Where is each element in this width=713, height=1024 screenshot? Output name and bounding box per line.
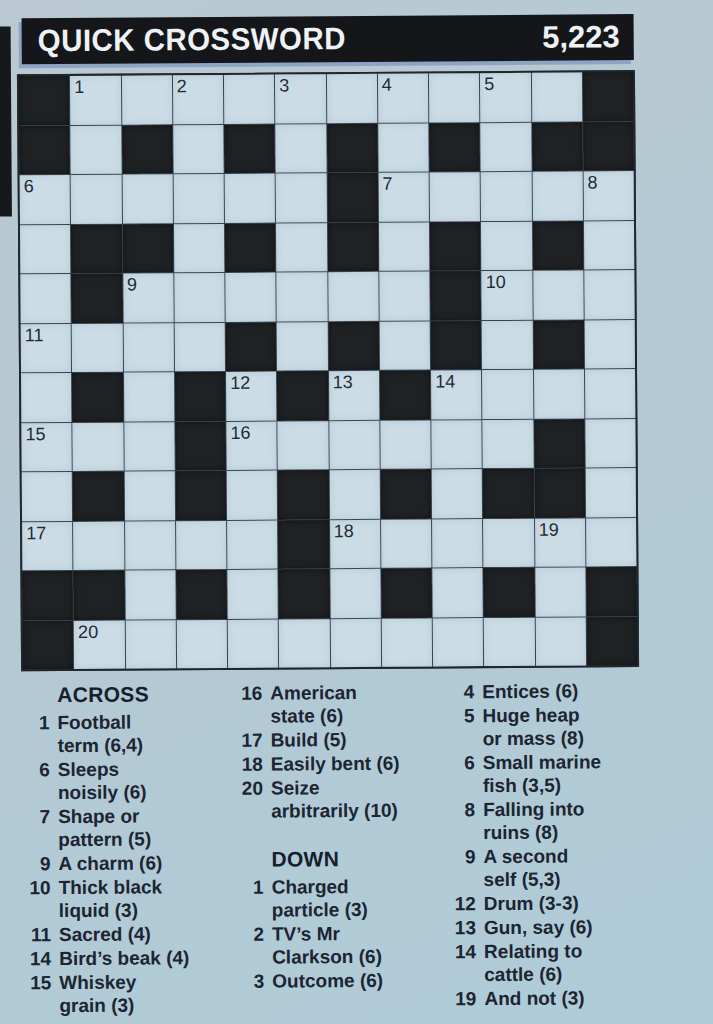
across-clue-15: 15Whiskey grain (3) [23,970,228,1017]
cell-r11c11[interactable] [535,567,586,616]
clue-number-6: 6 [24,175,34,197]
down-clue-4: 4Entices (6) [446,679,671,704]
clue-number-19: 19 [539,518,559,540]
block-cell-r9c2 [73,472,124,521]
block-cell-r1c1 [19,76,70,125]
cell-r3c1[interactable]: 6 [20,175,71,224]
cell-r12c11[interactable] [535,617,586,666]
cell-r3c2[interactable] [71,175,122,224]
block-cell-r4c7 [327,222,378,271]
cell-r2c6[interactable] [276,124,327,173]
block-cell-r11c12 [586,567,637,616]
clue-num-label: 19 [448,987,476,1010]
cell-r3c10[interactable] [481,172,532,221]
cell-r5c3[interactable]: 9 [123,273,174,322]
clue-text: A second self (5,3) [483,845,568,892]
clue-number-7: 7 [382,173,392,195]
clue-num-label: 4 [446,680,474,703]
clue-number-5: 5 [484,73,494,95]
clue-text: Shape or pattern (5) [58,804,151,851]
cell-r7c11[interactable] [534,369,585,418]
cell-r5c12[interactable] [584,270,635,319]
across-clue-16: 16American state (6) [234,680,446,727]
cell-r12c5[interactable] [228,619,279,668]
clue-num-label: 1 [236,876,264,922]
cell-r6c3[interactable] [123,323,174,372]
clue-num-label: 11 [23,923,51,946]
clue-text: Drum (3-3) [484,891,579,915]
cell-r6c6[interactable] [277,322,328,371]
cell-r5c4[interactable] [174,273,225,322]
block-cell-r9c4 [175,471,226,520]
clue-number-12: 12 [230,372,250,394]
across-clue-18: 18Easily bent (6) [235,751,447,775]
block-cell-r2c7 [327,123,378,172]
puzzle-number: 5,223 [542,19,620,56]
cell-r6c10[interactable] [482,320,533,369]
block-cell-r11c1 [22,571,73,620]
cell-r9c12[interactable] [585,468,636,517]
clue-number-18: 18 [334,520,354,542]
cell-r1c2[interactable]: 1 [70,76,121,125]
cell-r10c8[interactable] [381,519,432,568]
cell-r6c12[interactable] [584,320,635,369]
cell-r6c8[interactable] [379,321,430,370]
clue-text: Relating to cattle (6) [484,939,582,986]
cell-r11c5[interactable] [227,570,278,619]
block-cell-r2c11 [532,122,583,171]
clue-num-label: 17 [235,729,263,752]
cell-r1c7[interactable] [326,74,377,123]
clue-num-label: 18 [235,753,263,776]
cell-r9c3[interactable] [124,471,175,520]
clue-text: Small marine fish (3,5) [483,750,602,797]
block-cell-r11c4 [176,570,227,619]
cell-r11c7[interactable] [330,569,381,618]
across-clue-6: 6Sleeps noisily (6) [22,757,227,804]
block-cell-r12c1 [23,620,74,669]
clue-number-10: 10 [486,271,506,293]
clue-text: Huge heap or mass (8) [482,703,584,750]
cell-r8c1[interactable]: 15 [21,422,72,471]
block-cell-r11c6 [279,569,330,618]
clue-text: Bird’s beak (4) [59,946,189,970]
cell-r8c12[interactable] [585,419,636,468]
cell-r8c5[interactable]: 16 [226,421,277,470]
down-clue-12: 12Drum (3-3) [448,891,673,916]
across-clue-17: 17Build (5) [235,727,447,751]
down-clue-9: 9A second self (5,3) [447,844,672,892]
cell-r4c12[interactable] [584,221,635,270]
clue-number-9: 9 [127,274,137,296]
clue-number-1: 1 [74,76,84,98]
cell-r10c3[interactable] [125,521,176,570]
crossword-grid: 1234567891011121314151617181920 [17,70,639,671]
clue-text: Falling into ruins (8) [483,797,585,844]
cell-r8c7[interactable] [329,420,380,469]
block-cell-r11c8 [381,568,432,617]
cell-r10c2[interactable] [73,521,124,570]
clue-num-label: 3 [236,970,264,993]
cell-r5c8[interactable] [379,271,430,320]
clue-num-label: 7 [22,805,50,851]
clue-num-label: 16 [234,682,262,728]
cell-r8c2[interactable] [73,422,124,471]
cell-r1c6[interactable]: 3 [275,74,326,123]
cell-r12c2[interactable]: 20 [74,620,125,669]
cell-r10c9[interactable] [432,519,483,568]
cell-r1c9[interactable] [429,73,480,122]
cell-r12c4[interactable] [176,619,227,668]
cell-r1c8[interactable]: 4 [378,73,429,122]
cell-r4c8[interactable] [379,222,430,271]
clue-text: Seize arbitrarily (10) [271,776,398,823]
clue-text: Sleeps noisily (6) [58,757,147,804]
clue-number-4: 4 [382,74,392,96]
down-clue-13: 13Gun, say (6) [448,915,673,940]
cell-r5c10[interactable]: 10 [482,271,533,320]
block-cell-r4c5 [225,223,276,272]
cell-r2c2[interactable] [71,125,122,174]
cell-r8c9[interactable] [431,420,482,469]
cell-r3c5[interactable] [225,174,276,223]
across-clue-1: 1Football term (6,4) [21,710,226,757]
puzzle-header: QUICK CROSSWORD 5,223 [22,14,634,64]
cell-r5c1[interactable] [20,274,71,323]
cell-r2c10[interactable] [481,122,532,171]
cell-r4c4[interactable] [174,223,225,272]
down-heading: DOWN [271,846,447,871]
down-clue-2: 2TV’s Mr Clarkson (6) [236,921,448,968]
cell-r1c4[interactable]: 2 [173,75,224,124]
clue-text: Sacred (4) [59,922,151,946]
cell-r7c7[interactable]: 13 [329,371,380,420]
clue-num-label: 8 [447,798,475,844]
block-cell-r6c5 [226,322,277,371]
clue-num-label: 20 [235,777,263,823]
clue-num-label: 13 [448,916,476,939]
clue-num-label: 1 [21,711,49,757]
cell-r5c11[interactable] [533,270,584,319]
block-cell-r10c6 [278,520,329,569]
clue-number-8: 8 [587,171,597,193]
clue-text: Gun, say (6) [484,915,593,939]
cell-r4c1[interactable] [20,224,71,273]
clue-text: American state (6) [270,681,357,728]
puzzle-title: QUICK CROSSWORD [38,21,346,59]
cell-r5c6[interactable] [277,272,328,321]
across-heading: ACROSS [57,682,226,707]
cell-r3c11[interactable] [532,171,583,220]
cell-r8c6[interactable] [278,421,329,470]
cell-r8c3[interactable] [124,422,175,471]
clue-num-label: 5 [446,704,474,750]
clue-text: Football term (6,4) [57,710,143,757]
block-cell-r4c9 [430,222,481,271]
cell-r2c8[interactable] [378,123,429,172]
cell-r3c12[interactable]: 8 [583,171,634,220]
block-cell-r1c12 [583,72,634,121]
cell-r10c7[interactable]: 18 [330,519,381,568]
cell-r4c6[interactable] [276,223,327,272]
cell-r6c2[interactable] [72,323,123,372]
cell-r12c10[interactable] [484,617,535,666]
across-clue-9: 9A charm (6) [22,851,227,875]
block-cell-r4c2 [71,224,122,273]
cell-r4c10[interactable] [481,221,532,270]
cell-r3c4[interactable] [173,174,224,223]
cell-r3c8[interactable]: 7 [378,172,429,221]
cell-r9c1[interactable] [22,472,73,521]
block-cell-r12c12 [586,617,637,666]
down-clue-6: 6Small marine fish (3,5) [447,750,672,798]
clue-num-label: 15 [23,971,51,1017]
cell-r9c9[interactable] [432,469,483,518]
page-edge-rule [0,26,12,216]
newspaper-clipping: QUICK CROSSWORD 5,223 123456789101112131… [0,0,713,1024]
cell-r6c4[interactable] [174,322,225,371]
clue-number-3: 3 [279,74,289,96]
cell-r12c9[interactable] [433,618,484,667]
cell-r7c12[interactable] [585,369,636,418]
block-cell-r2c1 [19,125,70,174]
clue-text: Thick black liquid (3) [59,875,163,922]
cell-r3c6[interactable] [276,173,327,222]
block-cell-r2c9 [429,123,480,172]
clue-num-label: 2 [236,923,264,969]
cell-r1c10[interactable]: 5 [480,73,531,122]
clue-column-3: 4Entices (6)5Huge heap or mass (8)6Small… [446,679,673,1012]
clue-column-2: 16American state (6)17Build (5)18Easily … [234,680,448,993]
block-cell-r11c10 [484,568,535,617]
across-clue-11: 11Sacred (4) [23,922,228,946]
clue-num-label: 14 [448,940,476,986]
block-cell-r6c9 [431,321,482,370]
block-cell-r6c7 [328,321,379,370]
clue-num-label: 6 [22,758,50,804]
cell-r8c10[interactable] [483,419,534,468]
clue-text: Build (5) [271,728,347,752]
cell-r3c3[interactable] [122,174,173,223]
clue-num-label: 14 [23,947,51,970]
block-cell-r2c5 [224,124,275,173]
down-clue-5: 5Huge heap or mass (8) [446,703,671,751]
clue-num-label: 10 [23,876,51,922]
clue-text: Easily bent (6) [271,752,400,776]
cell-r7c10[interactable] [482,370,533,419]
down-clue-8: 8Falling into ruins (8) [447,797,672,845]
cell-r9c7[interactable] [329,470,380,519]
clue-num-label: 9 [22,852,50,875]
down-clue-3: 3Outcome (6) [236,968,448,992]
block-cell-r9c10 [483,469,534,518]
across-clue-20: 20Seize arbitrarily (10) [235,775,447,822]
clue-text: TV’s Mr Clarkson (6) [272,922,382,969]
block-cell-r2c3 [122,125,173,174]
clue-column-1: ACROSS1Football term (6,4)6Sleeps noisil… [21,682,228,1018]
cell-r5c7[interactable] [328,272,379,321]
clue-number-20: 20 [78,620,98,642]
block-cell-r5c2 [72,274,123,323]
cell-r2c4[interactable] [173,124,224,173]
block-cell-r4c11 [532,221,583,270]
clue-text: Whiskey grain (3) [59,971,136,1018]
cell-r10c5[interactable] [227,520,278,569]
cell-r10c11[interactable]: 19 [535,518,586,567]
clue-num-label: 6 [447,751,475,797]
block-cell-r11c2 [74,571,125,620]
cell-r10c1[interactable]: 17 [22,521,73,570]
cell-r1c3[interactable] [121,75,172,124]
down-clue-19: 19And not (3) [448,986,673,1011]
clue-number-15: 15 [25,423,45,445]
cell-r10c10[interactable] [483,518,534,567]
clue-num-label: 9 [447,845,475,891]
block-cell-r2c12 [583,122,634,171]
block-cell-r9c6 [278,470,329,519]
across-clue-14: 14Bird’s beak (4) [23,946,228,970]
cell-r11c9[interactable] [432,568,483,617]
clue-num-label: 12 [448,892,476,915]
clue-number-14: 14 [435,370,455,392]
cell-r10c4[interactable] [176,520,227,569]
clue-number-13: 13 [333,371,353,393]
down-clue-14: 14Relating to cattle (6) [448,939,673,987]
cell-r7c5[interactable]: 12 [226,372,277,421]
cell-r6c1[interactable]: 11 [21,323,72,372]
cell-r12c7[interactable] [330,618,381,667]
block-cell-r3c7 [327,173,378,222]
cell-r1c11[interactable] [531,72,582,121]
cell-r9c5[interactable] [227,471,278,520]
across-clue-7: 7Shape or pattern (5) [22,804,227,851]
cell-r12c6[interactable] [279,619,330,668]
block-cell-r7c6 [277,371,328,420]
clue-text: And not (3) [484,986,584,1010]
clue-text: Outcome (6) [272,969,383,993]
down-clue-1: 1Charged particle (3) [236,874,448,921]
clue-number-2: 2 [177,75,187,97]
cell-r3c9[interactable] [430,172,481,221]
block-cell-r7c4 [175,372,226,421]
clues-panel: ACROSS1Football term (6,4)6Sleeps noisil… [21,679,701,684]
clue-text: Charged particle (3) [272,875,368,922]
cell-r7c9[interactable]: 14 [431,370,482,419]
cell-r10c12[interactable] [586,518,637,567]
block-cell-r8c11 [534,419,585,468]
clue-number-17: 17 [26,522,46,544]
cell-r12c3[interactable] [125,620,176,669]
block-cell-r7c2 [72,373,123,422]
block-cell-r8c4 [175,421,226,470]
block-cell-r7c8 [380,370,431,419]
across-clue-10: 10Thick black liquid (3) [23,875,228,922]
clue-number-11: 11 [25,324,44,346]
cell-r7c1[interactable] [21,373,72,422]
cell-r8c8[interactable] [380,420,431,469]
block-cell-r4c3 [122,224,173,273]
cell-r7c3[interactable] [124,372,175,421]
clue-spacer [235,822,447,847]
block-cell-r9c8 [380,469,431,518]
block-cell-r9c11 [534,468,585,517]
block-cell-r6c11 [533,320,584,369]
cell-r11c3[interactable] [125,570,176,619]
cell-r1c5[interactable] [224,75,275,124]
block-cell-r5c9 [430,271,481,320]
clue-text: A charm (6) [58,851,162,875]
clue-number-16: 16 [230,421,250,443]
clue-text: Entices (6) [482,679,578,703]
cell-r5c5[interactable] [225,273,276,322]
cell-r12c8[interactable] [381,618,432,667]
